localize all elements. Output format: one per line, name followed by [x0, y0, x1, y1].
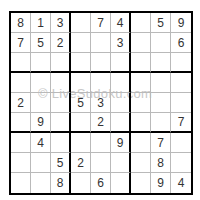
cell-r3c8-empty[interactable] — [151, 53, 171, 73]
cell-r2c5-empty[interactable] — [91, 33, 111, 53]
cell-r7c7-empty[interactable] — [131, 133, 151, 153]
cell-r5c5-given[interactable]: 3 — [91, 93, 111, 113]
cell-r6c5-given[interactable]: 2 — [91, 113, 111, 133]
cell-r2c2-given[interactable]: 5 — [31, 33, 51, 53]
cell-r2c6-given[interactable]: 3 — [111, 33, 131, 53]
cell-r6c6-empty[interactable] — [111, 113, 131, 133]
cell-r4c8-empty[interactable] — [151, 73, 171, 93]
cell-r3c1-empty[interactable] — [11, 53, 31, 73]
cell-r6c7-empty[interactable] — [131, 113, 151, 133]
cell-r8c8-given[interactable]: 8 — [151, 153, 171, 173]
sudoku-board: 8137459752362539274975288694 — [9, 11, 193, 195]
cell-r9c3-given[interactable]: 8 — [51, 173, 71, 193]
cell-r1c8-given[interactable]: 5 — [151, 13, 171, 33]
cell-r6c3-empty[interactable] — [51, 113, 71, 133]
cell-r5c4-given[interactable]: 5 — [71, 93, 91, 113]
cell-r8c2-empty[interactable] — [31, 153, 51, 173]
cell-r7c4-empty[interactable] — [71, 133, 91, 153]
cell-r3c6-empty[interactable] — [111, 53, 131, 73]
cell-r6c8-empty[interactable] — [151, 113, 171, 133]
cell-r7c8-given[interactable]: 7 — [151, 133, 171, 153]
cell-r1c9-given[interactable]: 9 — [171, 13, 191, 33]
cell-r7c9-empty[interactable] — [171, 133, 191, 153]
cell-r5c1-given[interactable]: 2 — [11, 93, 31, 113]
cell-r2c7-empty[interactable] — [131, 33, 151, 53]
cell-r4c2-empty[interactable] — [31, 73, 51, 93]
cell-r3c2-empty[interactable] — [31, 53, 51, 73]
cell-r4c6-empty[interactable] — [111, 73, 131, 93]
cell-r9c2-empty[interactable] — [31, 173, 51, 193]
cell-r2c9-given[interactable]: 6 — [171, 33, 191, 53]
cell-r1c4-empty[interactable] — [71, 13, 91, 33]
cell-r9c1-empty[interactable] — [11, 173, 31, 193]
cell-r9c8-given[interactable]: 9 — [151, 173, 171, 193]
cell-r3c7-empty[interactable] — [131, 53, 151, 73]
cell-r5c9-empty[interactable] — [171, 93, 191, 113]
cell-r6c2-given[interactable]: 9 — [31, 113, 51, 133]
cell-r9c9-given[interactable]: 4 — [171, 173, 191, 193]
sudoku-screenshot: © LiveSudoku.com 81374597523625392749752… — [0, 0, 200, 200]
cell-r1c6-given[interactable]: 4 — [111, 13, 131, 33]
cell-r7c3-empty[interactable] — [51, 133, 71, 153]
cell-r4c1-empty[interactable] — [11, 73, 31, 93]
cell-r8c9-empty[interactable] — [171, 153, 191, 173]
cell-r8c1-empty[interactable] — [11, 153, 31, 173]
cell-r5c6-empty[interactable] — [111, 93, 131, 113]
cell-r7c6-given[interactable]: 9 — [111, 133, 131, 153]
cell-r9c4-empty[interactable] — [71, 173, 91, 193]
cell-r1c2-given[interactable]: 1 — [31, 13, 51, 33]
cell-r1c5-given[interactable]: 7 — [91, 13, 111, 33]
cell-r3c3-empty[interactable] — [51, 53, 71, 73]
cell-r2c8-empty[interactable] — [151, 33, 171, 53]
cell-r7c1-empty[interactable] — [11, 133, 31, 153]
cell-r4c7-empty[interactable] — [131, 73, 151, 93]
cell-r6c9-given[interactable]: 7 — [171, 113, 191, 133]
cell-r6c4-empty[interactable] — [71, 113, 91, 133]
cell-r9c6-empty[interactable] — [111, 173, 131, 193]
cell-r2c4-empty[interactable] — [71, 33, 91, 53]
cell-r5c8-empty[interactable] — [151, 93, 171, 113]
cell-r5c3-empty[interactable] — [51, 93, 71, 113]
cell-r8c4-given[interactable]: 2 — [71, 153, 91, 173]
cell-r3c5-empty[interactable] — [91, 53, 111, 73]
cell-r8c6-empty[interactable] — [111, 153, 131, 173]
cell-r5c2-empty[interactable] — [31, 93, 51, 113]
cell-r8c3-given[interactable]: 5 — [51, 153, 71, 173]
cell-r4c5-empty[interactable] — [91, 73, 111, 93]
cell-r3c4-empty[interactable] — [71, 53, 91, 73]
cell-r6c1-empty[interactable] — [11, 113, 31, 133]
cell-r1c7-empty[interactable] — [131, 13, 151, 33]
cell-r4c9-empty[interactable] — [171, 73, 191, 93]
cell-r4c3-empty[interactable] — [51, 73, 71, 93]
cell-r8c7-empty[interactable] — [131, 153, 151, 173]
cell-r8c5-empty[interactable] — [91, 153, 111, 173]
cell-r1c1-given[interactable]: 8 — [11, 13, 31, 33]
cell-r3c9-empty[interactable] — [171, 53, 191, 73]
cell-r1c3-given[interactable]: 3 — [51, 13, 71, 33]
cell-r9c7-empty[interactable] — [131, 173, 151, 193]
cell-r7c2-given[interactable]: 4 — [31, 133, 51, 153]
cell-r2c1-given[interactable]: 7 — [11, 33, 31, 53]
cell-r9c5-given[interactable]: 6 — [91, 173, 111, 193]
cell-r5c7-empty[interactable] — [131, 93, 151, 113]
cell-r2c3-given[interactable]: 2 — [51, 33, 71, 53]
cell-r7c5-empty[interactable] — [91, 133, 111, 153]
cell-r4c4-empty[interactable] — [71, 73, 91, 93]
